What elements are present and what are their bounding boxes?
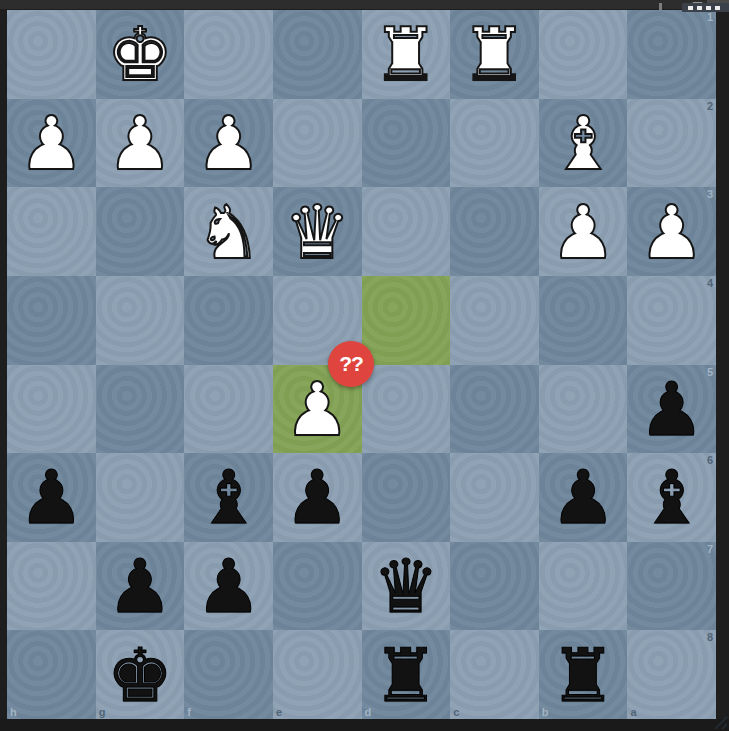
- rank-label-3: 3: [707, 188, 713, 200]
- square-a6[interactable]: ♝6: [627, 453, 716, 542]
- rank-label-2: 2: [707, 100, 713, 112]
- square-f2[interactable]: ♟: [184, 99, 273, 188]
- square-a4[interactable]: 4: [627, 276, 716, 365]
- black-pawn[interactable]: ♟: [550, 454, 616, 540]
- square-h4[interactable]: [7, 276, 96, 365]
- black-pawn[interactable]: ♟: [284, 454, 350, 540]
- square-h7[interactable]: [7, 542, 96, 631]
- white-pawn[interactable]: ♟: [195, 100, 261, 186]
- white-rook[interactable]: ♜: [373, 11, 439, 97]
- square-d5[interactable]: [362, 365, 451, 454]
- black-pawn[interactable]: ♟: [195, 543, 261, 629]
- square-e1[interactable]: [273, 10, 362, 99]
- square-c4[interactable]: [450, 276, 539, 365]
- square-a1[interactable]: 1: [627, 10, 716, 99]
- square-g8[interactable]: ♚g: [96, 630, 185, 719]
- square-b8[interactable]: ♜b: [539, 630, 628, 719]
- square-a3[interactable]: ♟3: [627, 187, 716, 276]
- square-c7[interactable]: [450, 542, 539, 631]
- square-f1[interactable]: [184, 10, 273, 99]
- square-c3[interactable]: [450, 187, 539, 276]
- rank-label-7: 7: [707, 543, 713, 555]
- white-king[interactable]: ♚: [107, 11, 173, 97]
- square-f8[interactable]: f: [184, 630, 273, 719]
- square-e2[interactable]: [273, 99, 362, 188]
- square-b6[interactable]: ♟: [539, 453, 628, 542]
- square-h8[interactable]: h: [7, 630, 96, 719]
- bottom-tick: [659, 3, 662, 10]
- bottom-clock-fragment: [682, 3, 729, 12]
- square-h6[interactable]: ♟: [7, 453, 96, 542]
- black-king[interactable]: ♚: [107, 632, 173, 718]
- bottom-bar: [0, 719, 729, 731]
- white-pawn[interactable]: ♟: [107, 100, 173, 186]
- square-d6[interactable]: [362, 453, 451, 542]
- square-g3[interactable]: [96, 187, 185, 276]
- square-h5[interactable]: [7, 365, 96, 454]
- square-c6[interactable]: [450, 453, 539, 542]
- file-label-h: h: [10, 706, 17, 718]
- square-c2[interactable]: [450, 99, 539, 188]
- black-pawn[interactable]: ♟: [18, 454, 84, 540]
- square-e3[interactable]: ♛: [273, 187, 362, 276]
- square-f4[interactable]: [184, 276, 273, 365]
- square-h3[interactable]: [7, 187, 96, 276]
- square-e7[interactable]: [273, 542, 362, 631]
- square-c8[interactable]: c: [450, 630, 539, 719]
- square-g2[interactable]: ♟: [96, 99, 185, 188]
- rank-label-4: 4: [707, 277, 713, 289]
- square-b7[interactable]: [539, 542, 628, 631]
- square-f3[interactable]: ♞: [184, 187, 273, 276]
- square-a2[interactable]: 2: [627, 99, 716, 188]
- square-a8[interactable]: a8: [627, 630, 716, 719]
- black-rook[interactable]: ♜: [373, 632, 439, 718]
- black-pawn[interactable]: ♟: [639, 366, 705, 452]
- file-label-a: a: [630, 706, 636, 718]
- square-e6[interactable]: ♟: [273, 453, 362, 542]
- file-label-b: b: [542, 706, 549, 718]
- black-rook[interactable]: ♜: [550, 632, 616, 718]
- square-g1[interactable]: ♚: [96, 10, 185, 99]
- square-b1[interactable]: [539, 10, 628, 99]
- black-bishop[interactable]: ♝: [639, 454, 705, 540]
- square-b2[interactable]: ♝: [539, 99, 628, 188]
- square-d3[interactable]: [362, 187, 451, 276]
- square-a5[interactable]: ♟5: [627, 365, 716, 454]
- white-bishop[interactable]: ♝: [550, 100, 616, 186]
- rank-label-8: 8: [707, 631, 713, 643]
- square-b5[interactable]: [539, 365, 628, 454]
- rank-label-5: 5: [707, 366, 713, 378]
- square-f6[interactable]: ♝: [184, 453, 273, 542]
- black-bishop[interactable]: ♝: [195, 454, 261, 540]
- file-label-f: f: [187, 706, 191, 718]
- white-pawn[interactable]: ♟: [550, 189, 616, 275]
- square-a7[interactable]: 7: [627, 542, 716, 631]
- black-queen[interactable]: ♛: [373, 543, 439, 629]
- square-h1[interactable]: [7, 10, 96, 99]
- square-d1[interactable]: ♜: [362, 10, 451, 99]
- square-g7[interactable]: ♟: [96, 542, 185, 631]
- white-knight[interactable]: ♞: [195, 189, 261, 275]
- square-e8[interactable]: e: [273, 630, 362, 719]
- file-label-g: g: [99, 706, 106, 718]
- square-b3[interactable]: ♟: [539, 187, 628, 276]
- square-d2[interactable]: [362, 99, 451, 188]
- square-d4[interactable]: [362, 276, 451, 365]
- black-pawn[interactable]: ♟: [107, 543, 173, 629]
- rank-label-1: 1: [707, 11, 713, 23]
- square-g4[interactable]: [96, 276, 185, 365]
- square-g5[interactable]: [96, 365, 185, 454]
- square-f7[interactable]: ♟: [184, 542, 273, 631]
- white-pawn[interactable]: ♟: [18, 100, 84, 186]
- blunder-annotation-badge: ??: [328, 341, 374, 387]
- white-rook[interactable]: ♜: [461, 11, 527, 97]
- file-label-d: d: [365, 706, 372, 718]
- square-g6[interactable]: [96, 453, 185, 542]
- square-c1[interactable]: ♜: [450, 10, 539, 99]
- rank-label-6: 6: [707, 454, 713, 466]
- square-b4[interactable]: [539, 276, 628, 365]
- square-f5[interactable]: [184, 365, 273, 454]
- square-c5[interactable]: [450, 365, 539, 454]
- square-h2[interactable]: ♟: [7, 99, 96, 188]
- top-bar: [0, 0, 729, 9]
- file-label-e: e: [276, 706, 282, 718]
- white-queen[interactable]: ♛: [284, 189, 350, 275]
- white-pawn[interactable]: ♟: [639, 189, 705, 275]
- square-d8[interactable]: ♜d: [362, 630, 451, 719]
- square-d7[interactable]: ♛: [362, 542, 451, 631]
- file-label-c: c: [453, 706, 459, 718]
